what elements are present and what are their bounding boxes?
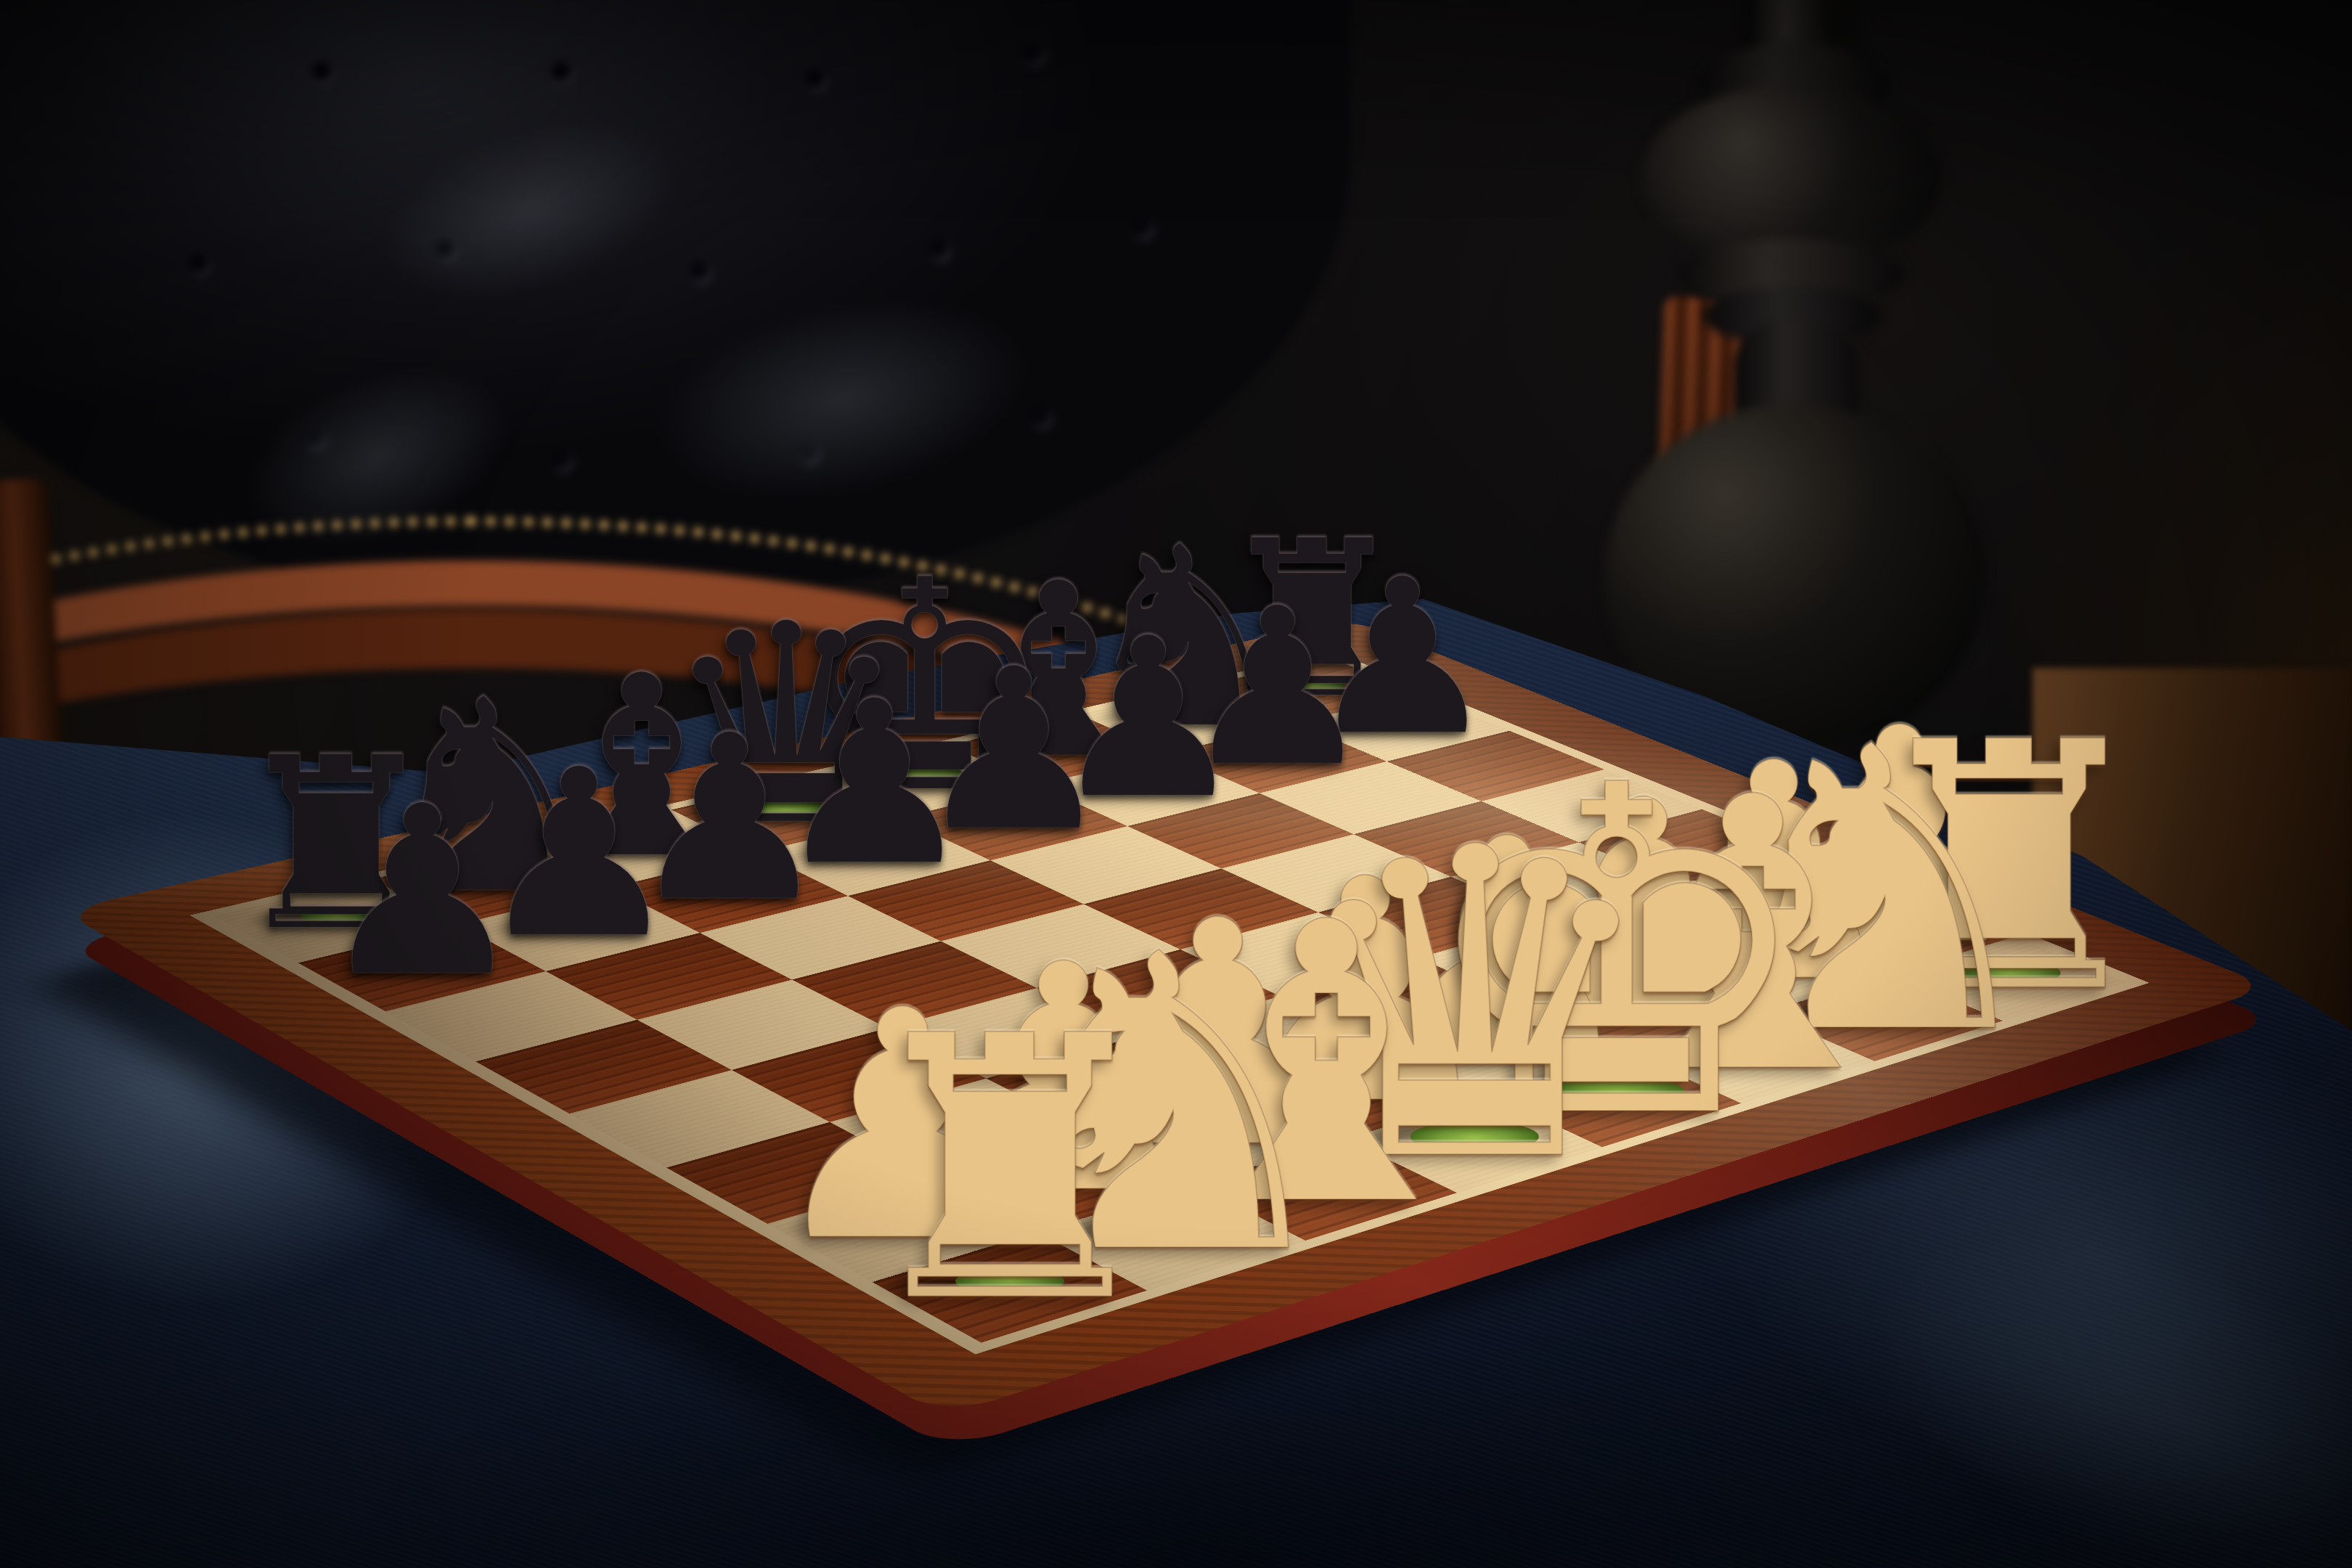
black-pawn-a7[interactable]: ♟	[317, 775, 527, 1009]
white-rook-a1[interactable]: ♜	[848, 989, 1173, 1352]
photo-scene: ♜♞♟♝♟♚♟♛♟♝♟♞♟♜♟♟♟♟♜♟♞♟♝♟♚♟♛♟♝♟♞♜	[0, 0, 2352, 1568]
